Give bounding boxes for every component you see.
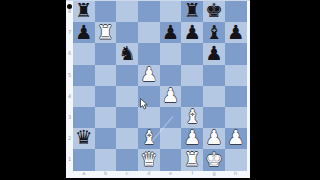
square-h7[interactable]: ♟ xyxy=(225,22,247,43)
square-e6[interactable] xyxy=(160,43,182,64)
square-c2[interactable] xyxy=(116,128,138,149)
square-d4[interactable] xyxy=(138,86,160,107)
square-f1[interactable]: ♜ xyxy=(181,149,203,170)
file-label-g: g xyxy=(203,171,225,177)
file-label-a: a xyxy=(73,171,95,177)
piece-black-pawn-h7[interactable]: ♟ xyxy=(225,22,247,43)
piece-white-rook-f1[interactable]: ♜ xyxy=(181,149,203,170)
square-g1[interactable]: ♚ xyxy=(203,149,225,170)
square-e1[interactable] xyxy=(160,149,182,170)
square-c7[interactable] xyxy=(116,22,138,43)
file-label-d: d xyxy=(138,171,160,177)
piece-white-rook-b7[interactable]: ♜ xyxy=(95,22,117,43)
square-b1[interactable] xyxy=(95,149,117,170)
square-h3[interactable] xyxy=(225,107,247,128)
board-grid: 8♜♜♚7♟♜♟♟♝♟6♞♟5♟4♟3♝2♛♝♟♟♟1♛♜♚abcdefgh xyxy=(66,1,247,177)
square-g7[interactable]: ♝ xyxy=(203,22,225,43)
piece-white-queen-d1[interactable]: ♛ xyxy=(138,149,160,170)
rank-label-4: 4 xyxy=(66,86,73,107)
square-f7[interactable]: ♟ xyxy=(181,22,203,43)
square-g3[interactable] xyxy=(203,107,225,128)
square-h1[interactable] xyxy=(225,149,247,170)
piece-black-pawn-e7[interactable]: ♟ xyxy=(160,22,182,43)
square-c3[interactable] xyxy=(116,107,138,128)
square-g4[interactable] xyxy=(203,86,225,107)
square-a3[interactable] xyxy=(73,107,95,128)
piece-black-rook-f8[interactable]: ♜ xyxy=(181,1,203,22)
square-a4[interactable] xyxy=(73,86,95,107)
piece-white-bishop-f3[interactable]: ♝ xyxy=(181,107,203,128)
square-b3[interactable] xyxy=(95,107,117,128)
piece-black-queen-a2[interactable]: ♛ xyxy=(73,128,95,149)
square-f2[interactable]: ♟ xyxy=(181,128,203,149)
square-d6[interactable] xyxy=(138,43,160,64)
piece-white-pawn-g2[interactable]: ♟ xyxy=(203,128,225,149)
square-h5[interactable] xyxy=(225,65,247,86)
screenshot-canvas: 8♜♜♚7♟♜♟♟♝♟6♞♟5♟4♟3♝2♛♝♟♟♟1♛♜♚abcdefgh xyxy=(0,0,320,180)
square-h2[interactable]: ♟ xyxy=(225,128,247,149)
square-a8[interactable]: ♜ xyxy=(73,1,95,22)
square-b2[interactable] xyxy=(95,128,117,149)
square-d5[interactable]: ♟ xyxy=(138,65,160,86)
rank-label-7: 7 xyxy=(66,22,73,43)
piece-black-pawn-f7[interactable]: ♟ xyxy=(181,22,203,43)
file-label-f: f xyxy=(181,171,203,177)
square-d7[interactable] xyxy=(138,22,160,43)
square-d1[interactable]: ♛ xyxy=(138,149,160,170)
square-e7[interactable]: ♟ xyxy=(160,22,182,43)
black-to-move-indicator xyxy=(67,4,72,9)
square-c1[interactable] xyxy=(116,149,138,170)
square-h6[interactable] xyxy=(225,43,247,64)
piece-black-pawn-g6[interactable]: ♟ xyxy=(203,43,225,64)
square-a2[interactable]: ♛ xyxy=(73,128,95,149)
square-d8[interactable] xyxy=(138,1,160,22)
file-label-e: e xyxy=(160,171,182,177)
rank-label-5: 5 xyxy=(66,65,73,86)
square-f3[interactable]: ♝ xyxy=(181,107,203,128)
square-b5[interactable] xyxy=(95,65,117,86)
square-a7[interactable]: ♟ xyxy=(73,22,95,43)
square-d3[interactable] xyxy=(138,107,160,128)
square-a1[interactable] xyxy=(73,149,95,170)
piece-black-king-g8[interactable]: ♚ xyxy=(203,1,225,22)
square-f8[interactable]: ♜ xyxy=(181,1,203,22)
piece-black-knight-c6[interactable]: ♞ xyxy=(116,43,138,64)
square-f4[interactable] xyxy=(181,86,203,107)
square-e5[interactable] xyxy=(160,65,182,86)
square-g8[interactable]: ♚ xyxy=(203,1,225,22)
rank-label-6: 6 xyxy=(66,43,73,64)
square-g5[interactable] xyxy=(203,65,225,86)
square-e8[interactable] xyxy=(160,1,182,22)
square-g6[interactable]: ♟ xyxy=(203,43,225,64)
square-c5[interactable] xyxy=(116,65,138,86)
chess-board: 8♜♜♚7♟♜♟♟♝♟6♞♟5♟4♟3♝2♛♝♟♟♟1♛♜♚abcdefgh xyxy=(66,0,250,178)
piece-black-bishop-g7[interactable]: ♝ xyxy=(203,22,225,43)
square-c8[interactable] xyxy=(116,1,138,22)
square-f5[interactable] xyxy=(181,65,203,86)
square-g2[interactable]: ♟ xyxy=(203,128,225,149)
piece-black-pawn-a7[interactable]: ♟ xyxy=(73,22,95,43)
piece-white-pawn-e4[interactable]: ♟ xyxy=(160,86,182,107)
rank-label-2: 2 xyxy=(66,128,73,149)
rank-label-3: 3 xyxy=(66,107,73,128)
file-label-h: h xyxy=(225,171,247,177)
piece-white-pawn-h2[interactable]: ♟ xyxy=(225,128,247,149)
square-b8[interactable] xyxy=(95,1,117,22)
piece-white-pawn-f2[interactable]: ♟ xyxy=(181,128,203,149)
square-e4[interactable]: ♟ xyxy=(160,86,182,107)
piece-white-king-g1[interactable]: ♚ xyxy=(203,149,225,170)
square-b6[interactable] xyxy=(95,43,117,64)
file-label-c: c xyxy=(116,171,138,177)
square-c4[interactable] xyxy=(116,86,138,107)
piece-white-bishop-d2[interactable]: ♝ xyxy=(138,128,160,149)
board-corner xyxy=(66,171,73,177)
square-a5[interactable] xyxy=(73,65,95,86)
square-b4[interactable] xyxy=(95,86,117,107)
square-h8[interactable] xyxy=(225,1,247,22)
square-d2[interactable]: ♝ xyxy=(138,128,160,149)
file-label-b: b xyxy=(95,171,117,177)
square-e2[interactable] xyxy=(160,128,182,149)
piece-white-pawn-d5[interactable]: ♟ xyxy=(138,65,160,86)
square-b7[interactable]: ♜ xyxy=(95,22,117,43)
piece-black-rook-a8[interactable]: ♜ xyxy=(73,1,95,22)
rank-label-1: 1 xyxy=(66,149,73,170)
square-h4[interactable] xyxy=(225,86,247,107)
square-a6[interactable] xyxy=(73,43,95,64)
square-f6[interactable] xyxy=(181,43,203,64)
square-c6[interactable]: ♞ xyxy=(116,43,138,64)
